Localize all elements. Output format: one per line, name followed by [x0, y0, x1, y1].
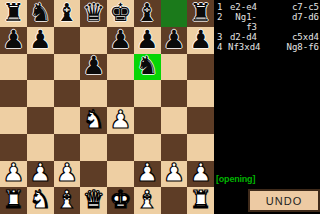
- square-g2[interactable]: ♟: [161, 161, 188, 188]
- square-b8[interactable]: ♞: [27, 0, 54, 27]
- square-h7[interactable]: ♟: [187, 27, 214, 54]
- piece-white-pawn: ♟: [29, 161, 51, 186]
- square-h3[interactable]: [187, 134, 214, 161]
- status-text: [opening]: [216, 174, 255, 185]
- square-g8[interactable]: [161, 0, 188, 27]
- square-a6[interactable]: [0, 54, 27, 81]
- square-a7[interactable]: ♟: [0, 27, 27, 54]
- black-move: c7-c5: [257, 2, 319, 12]
- square-d3[interactable]: [80, 134, 107, 161]
- piece-black-pawn: ♟: [109, 27, 131, 52]
- square-c2[interactable]: ♟: [54, 161, 81, 188]
- square-e8[interactable]: ♚: [107, 0, 134, 27]
- square-h4[interactable]: [187, 107, 214, 134]
- square-d5[interactable]: [80, 80, 107, 107]
- square-g4[interactable]: [161, 107, 188, 134]
- white-move: e2-e4: [228, 2, 257, 12]
- piece-white-pawn: ♟: [163, 161, 185, 186]
- square-f5[interactable]: [134, 80, 161, 107]
- piece-black-pawn: ♟: [2, 27, 24, 52]
- move-number: 3: [214, 32, 228, 42]
- piece-black-rook: ♜: [2, 0, 24, 25]
- square-a2[interactable]: ♟: [0, 161, 27, 188]
- square-e2[interactable]: [107, 161, 134, 188]
- square-g6[interactable]: [161, 54, 188, 81]
- piece-black-king: ♚: [109, 0, 131, 25]
- square-b2[interactable]: ♟: [27, 161, 54, 188]
- white-move: d2-d4: [228, 32, 257, 42]
- square-b7[interactable]: ♟: [27, 27, 54, 54]
- piece-black-pawn: ♟: [82, 54, 104, 79]
- square-a3[interactable]: [0, 134, 27, 161]
- square-h2[interactable]: ♟: [187, 161, 214, 188]
- square-d6[interactable]: ♟: [80, 54, 107, 81]
- square-g1[interactable]: [161, 187, 188, 214]
- square-b6[interactable]: [27, 54, 54, 81]
- chess-board: ♜♞♝♛♚♝♜♟♟♟♟♟♟♟♞♞♟♟♟♟♟♟♟♜♞♝♛♚♝♜: [0, 0, 214, 214]
- square-e3[interactable]: [107, 134, 134, 161]
- undo-button[interactable]: UNDO: [248, 189, 320, 212]
- piece-white-knight: ♞: [82, 107, 104, 132]
- square-f6[interactable]: ♞: [134, 54, 161, 81]
- square-a8[interactable]: ♜: [0, 0, 27, 27]
- piece-black-bishop: ♝: [56, 0, 78, 25]
- piece-black-knight: ♞: [136, 54, 158, 79]
- square-c1[interactable]: ♝: [54, 187, 81, 214]
- square-c5[interactable]: [54, 80, 81, 107]
- piece-white-bishop: ♝: [136, 187, 158, 212]
- black-move: d7-d6: [257, 12, 319, 32]
- square-f7[interactable]: ♟: [134, 27, 161, 54]
- square-a4[interactable]: [0, 107, 27, 134]
- square-d4[interactable]: ♞: [80, 107, 107, 134]
- piece-black-knight: ♞: [29, 0, 51, 25]
- piece-white-king: ♚: [109, 187, 131, 212]
- square-c6[interactable]: [54, 54, 81, 81]
- piece-white-pawn: ♟: [2, 161, 24, 186]
- move-list: 1e2-e4c7-c52Ng1-f3d7-d63d2-d4c5xd44Nf3xd…: [214, 2, 319, 52]
- piece-black-pawn: ♟: [163, 27, 185, 52]
- piece-white-rook: ♜: [189, 187, 211, 212]
- piece-white-pawn: ♟: [56, 161, 78, 186]
- white-move: Ng1-f3: [228, 12, 257, 32]
- square-f3[interactable]: [134, 134, 161, 161]
- white-move: Nf3xd4: [228, 42, 257, 52]
- square-e4[interactable]: ♟: [107, 107, 134, 134]
- square-f8[interactable]: ♝: [134, 0, 161, 27]
- move-number: 2: [214, 12, 228, 32]
- side-panel: 1e2-e4c7-c52Ng1-f3d7-d63d2-d4c5xd44Nf3xd…: [214, 0, 320, 214]
- square-g3[interactable]: [161, 134, 188, 161]
- square-a5[interactable]: [0, 80, 27, 107]
- piece-white-knight: ♞: [29, 187, 51, 212]
- square-f4[interactable]: [134, 107, 161, 134]
- piece-white-queen: ♛: [82, 187, 104, 212]
- square-g7[interactable]: ♟: [161, 27, 188, 54]
- square-a1[interactable]: ♜: [0, 187, 27, 214]
- move-number: 4: [214, 42, 228, 52]
- square-b1[interactable]: ♞: [27, 187, 54, 214]
- square-d7[interactable]: [80, 27, 107, 54]
- square-d2[interactable]: [80, 161, 107, 188]
- square-c7[interactable]: [54, 27, 81, 54]
- black-move: Ng8-f6: [257, 42, 319, 52]
- piece-black-rook: ♜: [189, 0, 211, 25]
- piece-black-pawn: ♟: [189, 27, 211, 52]
- square-e7[interactable]: ♟: [107, 27, 134, 54]
- piece-white-pawn: ♟: [109, 107, 131, 132]
- square-h1[interactable]: ♜: [187, 187, 214, 214]
- piece-white-pawn: ♟: [189, 161, 211, 186]
- black-move: c5xd4: [257, 32, 319, 42]
- square-h8[interactable]: ♜: [187, 0, 214, 27]
- square-g5[interactable]: [161, 80, 188, 107]
- move-number: 1: [214, 2, 228, 12]
- square-b3[interactable]: [27, 134, 54, 161]
- square-f1[interactable]: ♝: [134, 187, 161, 214]
- app-screen: ♜♞♝♛♚♝♜♟♟♟♟♟♟♟♞♞♟♟♟♟♟♟♟♜♞♝♛♚♝♜ 1e2-e4c7-…: [0, 0, 320, 214]
- square-h6[interactable]: [187, 54, 214, 81]
- square-c3[interactable]: [54, 134, 81, 161]
- square-b4[interactable]: [27, 107, 54, 134]
- square-e1[interactable]: ♚: [107, 187, 134, 214]
- square-c4[interactable]: [54, 107, 81, 134]
- piece-white-rook: ♜: [2, 187, 24, 212]
- square-d1[interactable]: ♛: [80, 187, 107, 214]
- piece-white-bishop: ♝: [56, 187, 78, 212]
- square-f2[interactable]: ♟: [134, 161, 161, 188]
- piece-black-bishop: ♝: [136, 0, 158, 25]
- piece-black-pawn: ♟: [29, 27, 51, 52]
- square-e6[interactable]: [107, 54, 134, 81]
- piece-black-queen: ♛: [82, 0, 104, 25]
- square-d8[interactable]: ♛: [80, 0, 107, 27]
- square-b5[interactable]: [27, 80, 54, 107]
- square-e5[interactable]: [107, 80, 134, 107]
- square-h5[interactable]: [187, 80, 214, 107]
- piece-white-pawn: ♟: [136, 161, 158, 186]
- square-c8[interactable]: ♝: [54, 0, 81, 27]
- piece-black-pawn: ♟: [136, 27, 158, 52]
